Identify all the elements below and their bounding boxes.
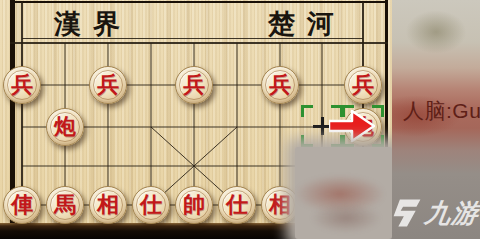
piece-glyph: 兵 <box>176 67 212 103</box>
piece-glyph: 相 <box>90 187 126 223</box>
piece-glyph: 仕 <box>133 187 169 223</box>
blurred-corner-overlay <box>295 147 392 239</box>
piece-red-soldier-f5r4[interactable]: 兵 <box>175 66 213 104</box>
highlight-corner <box>301 105 313 117</box>
piece-glyph: 俥 <box>4 187 40 223</box>
piece-red-soldier-f3r4[interactable]: 兵 <box>89 66 127 104</box>
piece-glyph: 兵 <box>345 67 381 103</box>
player-label: 人脑:Gu <box>403 97 480 125</box>
move-arrow-icon <box>329 108 375 144</box>
piece-glyph: 兵 <box>4 67 40 103</box>
jiuyou-watermark: 九游 <box>392 192 480 234</box>
highlight-corner <box>301 135 313 147</box>
piece-glyph: 兵 <box>262 67 298 103</box>
watermark-text: 九游 <box>423 196 480 231</box>
screenshot-root: 漢界 楚河 兵兵兵兵兵炮炮俥馬相仕帥仕相馬俥 人脑:Gu 九游 <box>0 0 480 239</box>
piece-red-chariot-f1r1[interactable]: 俥 <box>3 186 41 224</box>
piece-red-general-f5r1[interactable]: 帥 <box>175 186 213 224</box>
piece-red-soldier-f9r4[interactable]: 兵 <box>344 66 382 104</box>
piece-red-elephant-f7r1[interactable]: 相 <box>261 186 299 224</box>
piece-red-advisor-f6r1[interactable]: 仕 <box>218 186 256 224</box>
piece-glyph: 炮 <box>47 109 83 145</box>
river-label-left: 漢界 <box>54 6 132 42</box>
piece-red-soldier-f1r4[interactable]: 兵 <box>3 66 41 104</box>
piece-red-cannon-f2r3[interactable]: 炮 <box>46 108 84 146</box>
river-label-right: 楚河 <box>268 6 346 42</box>
piece-glyph: 相 <box>262 187 298 223</box>
piece-glyph: 兵 <box>90 67 126 103</box>
blur-smear <box>311 203 381 233</box>
origin-cross-mark <box>321 117 324 135</box>
piece-glyph: 帥 <box>176 187 212 223</box>
jiuyou-logo-icon <box>392 197 422 229</box>
piece-red-horse-f2r1[interactable]: 馬 <box>46 186 84 224</box>
piece-red-advisor-f4r1[interactable]: 仕 <box>132 186 170 224</box>
piece-glyph: 仕 <box>219 187 255 223</box>
piece-glyph: 馬 <box>47 187 83 223</box>
piece-red-elephant-f3r1[interactable]: 相 <box>89 186 127 224</box>
piece-red-soldier-f7r4[interactable]: 兵 <box>261 66 299 104</box>
